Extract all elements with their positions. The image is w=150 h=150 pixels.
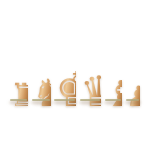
chess-piece-king-icon: ♚ bbox=[55, 65, 76, 113]
piece-shadow-queen bbox=[79, 100, 102, 105]
chess-set-photo: ♜♞♚♛♝♟ bbox=[0, 0, 150, 150]
chess-piece-pawn-icon: ♟ bbox=[126, 83, 140, 111]
piece-row: ♜♞♚♛♝♟ bbox=[0, 65, 150, 113]
chess-piece-knight-icon: ♞ bbox=[32, 74, 51, 112]
chess-piece-rook-icon: ♜ bbox=[10, 79, 28, 111]
piece-shadow-pawn bbox=[125, 100, 141, 105]
piece-shadow-king bbox=[53, 100, 77, 105]
chess-piece-bishop-icon: ♝ bbox=[105, 76, 122, 112]
chess-piece-queen-icon: ♛ bbox=[80, 71, 101, 113]
piece-shadow-knight bbox=[31, 100, 52, 105]
piece-shadow-bishop bbox=[104, 100, 123, 105]
piece-shadow-rook bbox=[9, 100, 29, 105]
